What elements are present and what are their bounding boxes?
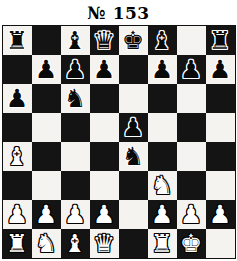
square-d2: ♟ <box>90 200 119 229</box>
black-pawn-piece: ♟ <box>6 84 28 113</box>
white-rook-piece: ♜ <box>6 229 28 258</box>
square-e5: ♟ <box>119 113 148 142</box>
white-knight-piece: ♞ <box>35 229 57 258</box>
square-g5 <box>177 113 206 142</box>
square-b1: ♞ <box>32 229 61 258</box>
square-e1 <box>119 229 148 258</box>
square-h3 <box>206 171 235 200</box>
square-h6 <box>206 84 235 113</box>
square-h2: ♟ <box>206 200 235 229</box>
square-h1 <box>206 229 235 258</box>
square-c3 <box>61 171 90 200</box>
black-pawn-piece: ♟ <box>180 55 202 84</box>
black-rook-piece: ♜ <box>209 26 231 55</box>
square-c6: ♞ <box>61 84 90 113</box>
square-c4 <box>61 142 90 171</box>
white-king-piece: ♚ <box>180 229 202 258</box>
square-h8: ♜ <box>206 26 235 55</box>
black-bishop-piece: ♝ <box>151 26 173 55</box>
square-f2: ♟ <box>148 200 177 229</box>
square-g7: ♟ <box>177 55 206 84</box>
white-pawn-piece: ♟ <box>35 200 57 229</box>
square-c1: ♝ <box>61 229 90 258</box>
black-bishop-piece: ♝ <box>64 26 86 55</box>
white-pawn-piece: ♟ <box>93 200 115 229</box>
square-f1: ♜ <box>148 229 177 258</box>
square-g2: ♟ <box>177 200 206 229</box>
white-pawn-piece: ♟ <box>209 200 231 229</box>
square-g8 <box>177 26 206 55</box>
square-d4 <box>90 142 119 171</box>
white-knight-piece: ♞ <box>151 171 173 200</box>
square-e4: ♞ <box>119 142 148 171</box>
square-h4 <box>206 142 235 171</box>
square-h7: ♟ <box>206 55 235 84</box>
black-rook-piece: ♜ <box>6 26 28 55</box>
square-d3 <box>90 171 119 200</box>
square-b6 <box>32 84 61 113</box>
square-b2: ♟ <box>32 200 61 229</box>
square-a4: ♝ <box>3 142 32 171</box>
black-pawn-piece: ♟ <box>122 113 144 142</box>
square-d1: ♛ <box>90 229 119 258</box>
square-b5 <box>32 113 61 142</box>
square-e3 <box>119 171 148 200</box>
black-knight-piece: ♞ <box>64 84 86 113</box>
white-pawn-piece: ♟ <box>180 200 202 229</box>
square-e8: ♚ <box>119 26 148 55</box>
square-f4 <box>148 142 177 171</box>
square-g6 <box>177 84 206 113</box>
square-a7 <box>3 55 32 84</box>
white-pawn-piece: ♟ <box>6 200 28 229</box>
square-h5 <box>206 113 235 142</box>
square-f3: ♞ <box>148 171 177 200</box>
white-pawn-piece: ♟ <box>64 200 86 229</box>
square-g3 <box>177 171 206 200</box>
black-pawn-piece: ♟ <box>209 55 231 84</box>
square-c8: ♝ <box>61 26 90 55</box>
white-rook-piece: ♜ <box>151 229 173 258</box>
square-f8: ♝ <box>148 26 177 55</box>
chess-board: ♜♝♛♚♝♜♟♟♟♟♟♟♟♞♟♝♞♞♟♟♟♟♟♟♟♜♞♝♛♜♚ <box>2 25 236 259</box>
square-b3 <box>32 171 61 200</box>
black-king-piece: ♚ <box>122 26 144 55</box>
square-d5 <box>90 113 119 142</box>
square-f6 <box>148 84 177 113</box>
square-a6: ♟ <box>3 84 32 113</box>
square-a8: ♜ <box>3 26 32 55</box>
square-b7: ♟ <box>32 55 61 84</box>
white-pawn-piece: ♟ <box>151 200 173 229</box>
square-d8: ♛ <box>90 26 119 55</box>
square-b4 <box>32 142 61 171</box>
square-c2: ♟ <box>61 200 90 229</box>
square-a3 <box>3 171 32 200</box>
white-bishop-piece: ♝ <box>64 229 86 258</box>
square-b8 <box>32 26 61 55</box>
white-queen-piece: ♛ <box>93 229 115 258</box>
black-pawn-piece: ♟ <box>35 55 57 84</box>
black-pawn-piece: ♟ <box>93 55 115 84</box>
square-a5 <box>3 113 32 142</box>
square-g4 <box>177 142 206 171</box>
white-bishop-piece: ♝ <box>6 142 28 171</box>
square-c5 <box>61 113 90 142</box>
square-d7: ♟ <box>90 55 119 84</box>
square-c7: ♟ <box>61 55 90 84</box>
square-e2 <box>119 200 148 229</box>
square-f5 <box>148 113 177 142</box>
black-knight-piece: ♞ <box>122 142 144 171</box>
square-e6 <box>119 84 148 113</box>
square-a1: ♜ <box>3 229 32 258</box>
square-e7 <box>119 55 148 84</box>
square-a2: ♟ <box>3 200 32 229</box>
square-g1: ♚ <box>177 229 206 258</box>
black-pawn-piece: ♟ <box>64 55 86 84</box>
black-queen-piece: ♛ <box>93 26 115 55</box>
black-pawn-piece: ♟ <box>151 55 173 84</box>
diagram-number-title: № 153 <box>0 0 237 25</box>
square-f7: ♟ <box>148 55 177 84</box>
square-d6 <box>90 84 119 113</box>
